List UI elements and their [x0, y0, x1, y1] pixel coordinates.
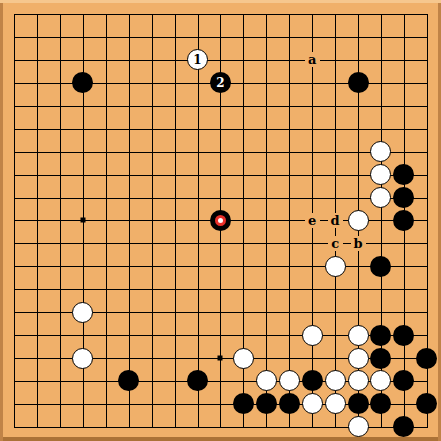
board-point[interactable]	[324, 370, 347, 393]
board-point[interactable]	[392, 278, 415, 301]
board-point[interactable]	[186, 117, 209, 140]
board-point[interactable]	[186, 186, 209, 209]
board-point[interactable]	[324, 3, 347, 26]
board-point[interactable]	[370, 71, 393, 94]
board-point[interactable]	[25, 324, 48, 347]
board-point[interactable]	[324, 48, 347, 71]
board-point[interactable]	[370, 186, 393, 209]
board-point[interactable]	[370, 232, 393, 255]
board-point[interactable]	[347, 94, 370, 117]
board-point[interactable]	[140, 71, 163, 94]
board-point[interactable]	[71, 209, 94, 232]
board-point[interactable]	[140, 117, 163, 140]
board-point[interactable]	[255, 347, 278, 370]
board-point[interactable]	[3, 94, 26, 117]
board-point[interactable]	[117, 255, 140, 278]
board-point[interactable]	[186, 324, 209, 347]
board-point[interactable]	[48, 301, 71, 324]
board-point[interactable]	[117, 324, 140, 347]
board-point[interactable]	[71, 232, 94, 255]
board-point[interactable]	[117, 3, 140, 26]
board-point[interactable]	[255, 140, 278, 163]
board-point[interactable]	[140, 186, 163, 209]
board-point[interactable]	[3, 163, 26, 186]
board-point[interactable]	[232, 370, 255, 393]
board-point[interactable]	[370, 3, 393, 26]
board-point[interactable]	[94, 163, 117, 186]
board-point[interactable]	[232, 48, 255, 71]
board-point[interactable]	[48, 3, 71, 26]
board-point[interactable]	[209, 186, 232, 209]
board-point[interactable]	[370, 347, 393, 370]
board-point[interactable]	[94, 392, 117, 415]
board-point[interactable]	[278, 324, 301, 347]
board-point[interactable]	[163, 370, 186, 393]
board-point[interactable]	[370, 94, 393, 117]
board-point[interactable]	[415, 347, 438, 370]
board-point[interactable]	[163, 186, 186, 209]
board-point[interactable]	[94, 347, 117, 370]
board-point[interactable]	[324, 278, 347, 301]
board-point[interactable]	[163, 94, 186, 117]
board-point[interactable]	[370, 25, 393, 48]
board-point[interactable]	[25, 209, 48, 232]
board-point[interactable]	[3, 347, 26, 370]
board-point[interactable]	[278, 48, 301, 71]
board-point[interactable]: c	[324, 232, 347, 255]
board-point[interactable]	[117, 392, 140, 415]
board-point[interactable]	[392, 301, 415, 324]
board-point[interactable]	[163, 209, 186, 232]
board-point[interactable]	[186, 71, 209, 94]
board-point[interactable]	[232, 415, 255, 438]
board-point[interactable]	[392, 415, 415, 438]
board-point[interactable]	[186, 255, 209, 278]
board-point[interactable]	[186, 209, 209, 232]
board-point[interactable]	[392, 255, 415, 278]
board-point[interactable]	[392, 140, 415, 163]
board-point[interactable]	[392, 117, 415, 140]
board-point[interactable]	[278, 163, 301, 186]
board-point[interactable]	[347, 140, 370, 163]
board-point[interactable]	[347, 278, 370, 301]
board-point[interactable]	[255, 48, 278, 71]
board-point[interactable]	[347, 163, 370, 186]
board-point[interactable]	[392, 71, 415, 94]
board-point[interactable]	[117, 71, 140, 94]
board-point[interactable]	[94, 324, 117, 347]
board-point[interactable]	[186, 163, 209, 186]
board-point[interactable]	[209, 3, 232, 26]
board-point[interactable]	[278, 415, 301, 438]
board-point[interactable]	[48, 117, 71, 140]
board-point[interactable]	[71, 301, 94, 324]
board-point[interactable]	[370, 209, 393, 232]
board-point[interactable]	[163, 415, 186, 438]
board-point[interactable]	[186, 140, 209, 163]
board-point[interactable]	[255, 370, 278, 393]
board-point[interactable]	[117, 347, 140, 370]
board-point[interactable]	[392, 324, 415, 347]
board-point[interactable]	[301, 163, 324, 186]
board-point[interactable]	[3, 140, 26, 163]
board-point[interactable]	[392, 25, 415, 48]
board-point[interactable]	[117, 370, 140, 393]
board-point[interactable]	[255, 392, 278, 415]
board-point[interactable]	[140, 324, 163, 347]
board-point[interactable]: d	[324, 209, 347, 232]
board-point[interactable]	[347, 209, 370, 232]
board-point[interactable]	[324, 301, 347, 324]
board-point[interactable]	[347, 71, 370, 94]
board-point[interactable]	[232, 255, 255, 278]
board-point[interactable]	[48, 232, 71, 255]
board-point[interactable]	[94, 48, 117, 71]
board-point[interactable]	[324, 255, 347, 278]
board-point[interactable]	[392, 347, 415, 370]
board-point[interactable]	[117, 232, 140, 255]
board-point[interactable]	[25, 3, 48, 26]
board-point[interactable]	[140, 25, 163, 48]
board-point[interactable]	[370, 48, 393, 71]
board-point[interactable]	[25, 255, 48, 278]
board-point[interactable]	[3, 301, 26, 324]
board-point[interactable]	[347, 392, 370, 415]
board-point[interactable]	[94, 301, 117, 324]
board-point[interactable]	[255, 186, 278, 209]
board-point[interactable]	[48, 163, 71, 186]
board-point[interactable]	[186, 392, 209, 415]
board-point[interactable]	[117, 301, 140, 324]
board-point[interactable]	[163, 278, 186, 301]
board-point[interactable]	[3, 48, 26, 71]
board-point[interactable]	[117, 415, 140, 438]
board-point[interactable]	[71, 140, 94, 163]
board-point[interactable]	[209, 117, 232, 140]
board-point[interactable]	[117, 209, 140, 232]
board-point[interactable]	[232, 392, 255, 415]
board-point[interactable]	[278, 209, 301, 232]
board-point[interactable]	[48, 25, 71, 48]
board-point[interactable]	[415, 392, 438, 415]
board-point[interactable]	[415, 140, 438, 163]
board-point[interactable]	[278, 370, 301, 393]
board-point[interactable]	[415, 324, 438, 347]
board-point[interactable]	[209, 278, 232, 301]
board-point[interactable]	[140, 140, 163, 163]
board-point[interactable]	[163, 301, 186, 324]
board-point[interactable]	[25, 347, 48, 370]
board-point[interactable]	[415, 94, 438, 117]
board-point[interactable]	[347, 117, 370, 140]
board-point[interactable]	[301, 370, 324, 393]
board-point[interactable]	[392, 186, 415, 209]
board-point[interactable]	[255, 117, 278, 140]
board-point[interactable]	[278, 94, 301, 117]
board-point[interactable]	[232, 347, 255, 370]
board-point[interactable]	[415, 71, 438, 94]
board-point[interactable]	[48, 324, 71, 347]
board-point[interactable]	[3, 25, 26, 48]
board-point[interactable]	[71, 186, 94, 209]
board-point[interactable]	[278, 301, 301, 324]
board-point[interactable]	[94, 370, 117, 393]
board-point[interactable]	[48, 186, 71, 209]
board-point[interactable]	[163, 255, 186, 278]
board-point[interactable]	[324, 163, 347, 186]
board-point[interactable]	[278, 117, 301, 140]
board-point[interactable]	[347, 186, 370, 209]
board-point[interactable]	[163, 347, 186, 370]
board-point[interactable]	[347, 370, 370, 393]
board-point[interactable]	[186, 301, 209, 324]
board-point[interactable]	[48, 347, 71, 370]
board-point[interactable]: 1	[186, 48, 209, 71]
board-point[interactable]	[140, 163, 163, 186]
board-point[interactable]	[209, 25, 232, 48]
board-point[interactable]	[301, 415, 324, 438]
board-point[interactable]	[255, 163, 278, 186]
board-point[interactable]	[71, 3, 94, 26]
board-point[interactable]	[255, 209, 278, 232]
board-point[interactable]	[301, 94, 324, 117]
board-point[interactable]	[163, 232, 186, 255]
board-point[interactable]	[94, 140, 117, 163]
board-point[interactable]	[324, 25, 347, 48]
board-point[interactable]	[255, 301, 278, 324]
board-point[interactable]	[278, 186, 301, 209]
board-point[interactable]	[186, 232, 209, 255]
board-point[interactable]	[415, 186, 438, 209]
board-point[interactable]	[392, 3, 415, 26]
board-point[interactable]	[392, 163, 415, 186]
board-point[interactable]	[278, 3, 301, 26]
board-point[interactable]	[71, 347, 94, 370]
board-point[interactable]	[415, 232, 438, 255]
board-point[interactable]	[347, 48, 370, 71]
board-point[interactable]	[163, 117, 186, 140]
board-point[interactable]	[3, 255, 26, 278]
board-point[interactable]	[3, 392, 26, 415]
board-point[interactable]	[324, 324, 347, 347]
board-point[interactable]	[415, 48, 438, 71]
board-point[interactable]	[3, 324, 26, 347]
board-point[interactable]	[25, 163, 48, 186]
board-point[interactable]	[255, 3, 278, 26]
board-point[interactable]	[117, 48, 140, 71]
board-point[interactable]	[25, 232, 48, 255]
board-point[interactable]	[94, 255, 117, 278]
board-point[interactable]	[209, 370, 232, 393]
board-point[interactable]	[209, 255, 232, 278]
board-point[interactable]	[301, 301, 324, 324]
board-point[interactable]	[25, 415, 48, 438]
board-point[interactable]	[163, 163, 186, 186]
board-point[interactable]	[278, 278, 301, 301]
board-point[interactable]	[392, 392, 415, 415]
board-point[interactable]	[347, 3, 370, 26]
board-point[interactable]	[347, 347, 370, 370]
board-point[interactable]	[140, 232, 163, 255]
board-point[interactable]: a	[301, 48, 324, 71]
board-point[interactable]	[370, 163, 393, 186]
board-point[interactable]	[415, 415, 438, 438]
board-point[interactable]	[255, 415, 278, 438]
board-point[interactable]	[94, 186, 117, 209]
board-point[interactable]	[25, 71, 48, 94]
board-point[interactable]	[347, 301, 370, 324]
board-point[interactable]	[117, 163, 140, 186]
board-point[interactable]: 2	[209, 71, 232, 94]
board-point[interactable]	[71, 278, 94, 301]
board-point[interactable]	[232, 3, 255, 26]
board-point[interactable]	[25, 140, 48, 163]
board-point[interactable]	[94, 415, 117, 438]
board-point[interactable]	[209, 347, 232, 370]
board-point[interactable]	[94, 117, 117, 140]
board-point[interactable]	[209, 140, 232, 163]
board-point[interactable]	[232, 94, 255, 117]
board-point[interactable]	[415, 25, 438, 48]
board-point[interactable]	[94, 94, 117, 117]
board-point[interactable]	[140, 48, 163, 71]
board-point[interactable]	[3, 71, 26, 94]
board-point[interactable]	[415, 117, 438, 140]
board-point[interactable]	[3, 278, 26, 301]
board-point[interactable]	[255, 232, 278, 255]
board-point[interactable]	[392, 48, 415, 71]
board-point[interactable]	[278, 392, 301, 415]
board-point[interactable]	[3, 370, 26, 393]
board-point[interactable]	[71, 48, 94, 71]
board-point[interactable]	[301, 347, 324, 370]
board-point[interactable]	[232, 301, 255, 324]
board-point[interactable]	[324, 347, 347, 370]
board-point[interactable]	[140, 347, 163, 370]
board-point[interactable]	[140, 278, 163, 301]
board-point[interactable]	[278, 232, 301, 255]
board-point[interactable]	[232, 278, 255, 301]
board-point[interactable]	[25, 301, 48, 324]
board-point[interactable]	[71, 94, 94, 117]
board-point[interactable]	[48, 209, 71, 232]
board-point[interactable]	[301, 255, 324, 278]
board-point[interactable]	[71, 163, 94, 186]
board-point[interactable]	[370, 255, 393, 278]
board-point[interactable]	[163, 71, 186, 94]
board-point[interactable]	[347, 25, 370, 48]
board-point[interactable]	[232, 186, 255, 209]
board-point[interactable]	[209, 232, 232, 255]
board-point[interactable]	[71, 370, 94, 393]
board-point[interactable]	[71, 71, 94, 94]
board-point[interactable]	[209, 163, 232, 186]
board-point[interactable]	[415, 301, 438, 324]
board-point[interactable]	[48, 94, 71, 117]
board-point[interactable]	[370, 392, 393, 415]
board-point[interactable]	[71, 117, 94, 140]
board-point[interactable]	[94, 278, 117, 301]
board-point[interactable]	[3, 117, 26, 140]
board-point[interactable]	[48, 370, 71, 393]
board-point[interactable]	[186, 347, 209, 370]
board-point[interactable]	[324, 415, 347, 438]
board-point[interactable]: b	[347, 232, 370, 255]
board-point[interactable]	[48, 255, 71, 278]
board-point[interactable]	[278, 255, 301, 278]
board-point[interactable]	[370, 117, 393, 140]
board-point[interactable]	[94, 232, 117, 255]
board-point[interactable]	[301, 117, 324, 140]
board-point[interactable]	[232, 232, 255, 255]
board-point[interactable]	[255, 278, 278, 301]
board-point[interactable]	[209, 324, 232, 347]
board-point[interactable]	[255, 324, 278, 347]
board-point[interactable]	[324, 186, 347, 209]
board-point[interactable]	[25, 278, 48, 301]
board-point[interactable]	[209, 415, 232, 438]
board-point[interactable]	[301, 71, 324, 94]
board-point[interactable]	[392, 209, 415, 232]
board-point[interactable]	[209, 94, 232, 117]
board-point[interactable]	[163, 392, 186, 415]
board-point[interactable]	[301, 186, 324, 209]
board-point[interactable]	[117, 25, 140, 48]
board-point[interactable]	[71, 25, 94, 48]
board-point[interactable]	[370, 278, 393, 301]
board-point[interactable]	[117, 186, 140, 209]
board-point[interactable]	[370, 370, 393, 393]
board-point[interactable]	[324, 140, 347, 163]
board-point[interactable]	[255, 25, 278, 48]
board-point[interactable]	[25, 25, 48, 48]
board-point[interactable]	[232, 25, 255, 48]
board-point[interactable]	[25, 186, 48, 209]
board-point[interactable]	[232, 209, 255, 232]
board-point[interactable]	[186, 3, 209, 26]
board-point[interactable]	[140, 370, 163, 393]
board-point[interactable]	[392, 370, 415, 393]
board-point[interactable]	[25, 370, 48, 393]
board-point[interactable]	[301, 140, 324, 163]
board-point[interactable]	[71, 392, 94, 415]
board-point[interactable]	[117, 94, 140, 117]
board-point[interactable]	[415, 255, 438, 278]
board-point[interactable]	[232, 71, 255, 94]
board-point[interactable]	[186, 370, 209, 393]
board-point[interactable]	[140, 255, 163, 278]
board-point[interactable]	[163, 324, 186, 347]
board-point[interactable]	[301, 232, 324, 255]
board-point[interactable]	[209, 301, 232, 324]
board-point[interactable]	[232, 140, 255, 163]
board-point[interactable]	[163, 3, 186, 26]
board-point[interactable]	[255, 71, 278, 94]
board-point[interactable]	[324, 392, 347, 415]
board-point[interactable]	[186, 25, 209, 48]
board-point[interactable]	[278, 140, 301, 163]
board-point[interactable]	[48, 278, 71, 301]
board-point[interactable]	[94, 71, 117, 94]
board-point[interactable]	[370, 324, 393, 347]
board-point[interactable]	[415, 209, 438, 232]
board-point[interactable]	[209, 48, 232, 71]
board-point[interactable]	[209, 209, 232, 232]
board-point[interactable]	[415, 163, 438, 186]
board-point[interactable]	[140, 3, 163, 26]
board-point[interactable]	[48, 48, 71, 71]
board-point[interactable]	[347, 324, 370, 347]
